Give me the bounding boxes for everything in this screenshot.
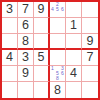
given-digit: 3 xyxy=(6,3,13,16)
given-digit: 9 xyxy=(22,67,29,80)
cell-r3c3[interactable] xyxy=(34,34,50,50)
cell-r6c3[interactable] xyxy=(34,82,50,98)
cell-r6c2[interactable] xyxy=(18,82,34,98)
given-digit: 5 xyxy=(38,51,45,64)
given-digit: 9 xyxy=(87,35,94,48)
cell-r5c6[interactable] xyxy=(82,66,98,82)
cell-r2c3[interactable] xyxy=(34,18,50,34)
sudoku-board: 37924566189435791356848 xyxy=(0,0,100,100)
cell-r5c5[interactable]: 4 xyxy=(66,66,82,82)
cell-r1c2[interactable]: 7 xyxy=(18,2,34,18)
cell-r3c5[interactable] xyxy=(66,34,82,50)
cell-r3c1[interactable] xyxy=(2,34,18,50)
given-digit: 6 xyxy=(22,19,29,32)
given-digit: 8 xyxy=(22,35,29,48)
cell-r6c4[interactable]: 8 xyxy=(50,82,66,98)
given-digit: 7 xyxy=(87,51,94,64)
cell-r4c5[interactable] xyxy=(66,50,82,66)
given-digit: 4 xyxy=(6,51,13,64)
cell-r2c4[interactable] xyxy=(50,18,66,34)
cell-r4c1[interactable]: 4 xyxy=(2,50,18,66)
cell-r3c4[interactable] xyxy=(50,34,66,50)
cell-r1c1[interactable]: 3 xyxy=(2,2,18,18)
cell-r6c1[interactable] xyxy=(2,82,18,98)
cell-r4c3[interactable]: 5 xyxy=(34,50,50,66)
cell-r5c2[interactable]: 9 xyxy=(18,66,34,82)
cell-r4c2[interactable]: 3 xyxy=(18,50,34,66)
cell-r6c5[interactable] xyxy=(66,82,82,98)
cell-r1c6[interactable] xyxy=(82,2,98,18)
cell-r3c2[interactable]: 8 xyxy=(18,34,34,50)
cell-r4c4[interactable] xyxy=(50,50,66,66)
pencil-marks: 2456 xyxy=(50,2,65,17)
given-digit: 3 xyxy=(22,51,29,64)
cell-r5c1[interactable] xyxy=(2,66,18,82)
cell-r1c5[interactable] xyxy=(66,2,82,18)
pencil-digit-9 xyxy=(60,76,65,81)
cell-r1c3[interactable]: 9 xyxy=(34,2,50,18)
given-digit: 8 xyxy=(54,84,61,97)
cell-r2c1[interactable] xyxy=(2,18,18,34)
cell-r6c6[interactable] xyxy=(82,82,98,98)
given-digit: 7 xyxy=(22,3,29,16)
cell-r2c5[interactable]: 1 xyxy=(66,18,82,34)
given-digit: 9 xyxy=(38,3,45,16)
cell-r5c3[interactable] xyxy=(34,66,50,82)
cell-r4c6[interactable]: 7 xyxy=(82,50,98,66)
cell-r2c2[interactable]: 6 xyxy=(18,18,34,34)
pencil-digit-9 xyxy=(60,12,65,17)
cell-r5c4[interactable]: 13568 xyxy=(50,66,66,82)
given-digit: 1 xyxy=(70,19,77,32)
pencil-marks: 13568 xyxy=(50,66,65,81)
given-digit: 4 xyxy=(70,67,77,80)
cell-r1c4[interactable]: 2456 xyxy=(50,2,66,18)
cell-r3c6[interactable]: 9 xyxy=(82,34,98,50)
cell-r2c6[interactable] xyxy=(82,18,98,34)
